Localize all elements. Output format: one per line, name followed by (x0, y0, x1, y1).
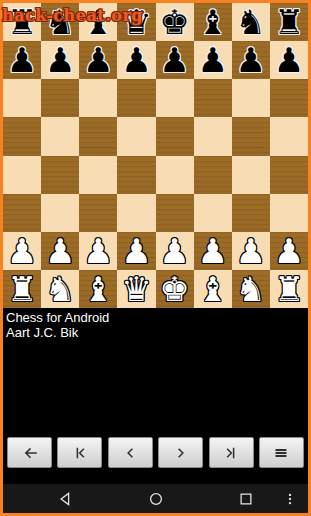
square-d7[interactable]: ♟ (117, 41, 155, 79)
app-title: Chess for Android (3, 310, 308, 325)
square-c4[interactable] (79, 156, 117, 194)
square-e5[interactable] (156, 117, 194, 155)
skip-to-start-icon (71, 444, 89, 462)
android-back-button[interactable] (57, 490, 75, 508)
square-e6[interactable] (156, 79, 194, 117)
square-c5[interactable] (79, 117, 117, 155)
square-g7[interactable]: ♟ (232, 41, 270, 79)
square-h3[interactable] (270, 194, 308, 232)
back-button[interactable] (7, 437, 52, 468)
next-move-button[interactable] (158, 437, 203, 468)
piece-black-pawn: ♟ (270, 41, 308, 79)
piece-black-pawn: ♟ (194, 41, 232, 79)
piece-white-pawn: ♟ (194, 232, 232, 270)
square-c1[interactable]: ♝ (79, 270, 117, 308)
piece-white-king: ♚ (156, 270, 194, 308)
square-f1[interactable]: ♝ (194, 270, 232, 308)
back-triangle-icon (57, 490, 75, 508)
square-c2[interactable]: ♟ (79, 232, 117, 270)
piece-white-pawn: ♟ (117, 232, 155, 270)
previous-move-button[interactable] (108, 437, 153, 468)
square-b4[interactable] (41, 156, 79, 194)
square-c6[interactable] (79, 79, 117, 117)
chevron-left-icon (121, 444, 139, 462)
piece-black-rook: ♜ (270, 3, 308, 41)
piece-black-pawn: ♟ (41, 41, 79, 79)
piece-white-bishop: ♝ (194, 270, 232, 308)
square-a8[interactable]: ♜ (3, 3, 41, 41)
recents-square-icon (237, 490, 255, 508)
menu-icon (272, 444, 290, 462)
square-c7[interactable]: ♟ (79, 41, 117, 79)
android-navbar (3, 484, 308, 513)
square-g5[interactable] (232, 117, 270, 155)
square-a5[interactable] (3, 117, 41, 155)
square-a3[interactable] (3, 194, 41, 232)
toolbar (3, 437, 308, 468)
square-f6[interactable] (194, 79, 232, 117)
square-a7[interactable]: ♟ (3, 41, 41, 79)
square-h5[interactable] (270, 117, 308, 155)
info-panel: Chess for Android Aart J.C. Bik (3, 308, 308, 484)
square-g2[interactable]: ♟ (232, 232, 270, 270)
piece-white-rook: ♜ (270, 270, 308, 308)
square-h1[interactable]: ♜ (270, 270, 308, 308)
square-d2[interactable]: ♟ (117, 232, 155, 270)
square-f2[interactable]: ♟ (194, 232, 232, 270)
square-b8[interactable]: ♞ (41, 3, 79, 41)
square-d8[interactable]: ♛ (117, 3, 155, 41)
square-a6[interactable] (3, 79, 41, 117)
piece-black-bishop: ♝ (79, 3, 117, 41)
first-move-button[interactable] (57, 437, 102, 468)
square-g4[interactable] (232, 156, 270, 194)
square-e8[interactable]: ♚ (156, 3, 194, 41)
menu-button[interactable] (259, 437, 304, 468)
last-move-button[interactable] (209, 437, 254, 468)
piece-white-knight: ♞ (41, 270, 79, 308)
app-frame: ♜♞♝♛♚♝♞♜♟♟♟♟♟♟♟♟♟♟♟♟♟♟♟♟♜♞♝♛♚♝♞♜ Chess f… (3, 3, 308, 513)
square-e7[interactable]: ♟ (156, 41, 194, 79)
square-f4[interactable] (194, 156, 232, 194)
square-b5[interactable] (41, 117, 79, 155)
square-h8[interactable]: ♜ (270, 3, 308, 41)
square-b2[interactable]: ♟ (41, 232, 79, 270)
piece-white-queen: ♛ (117, 270, 155, 308)
piece-white-pawn: ♟ (79, 232, 117, 270)
piece-black-pawn: ♟ (232, 41, 270, 79)
home-circle-icon (147, 490, 165, 508)
square-b7[interactable]: ♟ (41, 41, 79, 79)
piece-white-pawn: ♟ (232, 232, 270, 270)
piece-white-bishop: ♝ (79, 270, 117, 308)
overflow-dots-icon (283, 492, 297, 506)
square-g8[interactable]: ♞ (232, 3, 270, 41)
skip-to-end-icon (222, 444, 240, 462)
square-a1[interactable]: ♜ (3, 270, 41, 308)
square-f7[interactable]: ♟ (194, 41, 232, 79)
square-d5[interactable] (117, 117, 155, 155)
app-author: Aart J.C. Bik (3, 325, 308, 340)
piece-black-king: ♚ (156, 3, 194, 41)
square-f3[interactable] (194, 194, 232, 232)
square-d4[interactable] (117, 156, 155, 194)
back-arrow-icon (21, 444, 39, 462)
piece-white-rook: ♜ (3, 270, 41, 308)
square-h6[interactable] (270, 79, 308, 117)
square-b3[interactable] (41, 194, 79, 232)
square-g6[interactable] (232, 79, 270, 117)
android-recents-button[interactable] (237, 490, 255, 508)
overflow-menu-button[interactable] (283, 492, 297, 506)
square-h4[interactable] (270, 156, 308, 194)
square-d1[interactable]: ♛ (117, 270, 155, 308)
square-e1[interactable]: ♚ (156, 270, 194, 308)
piece-black-pawn: ♟ (117, 41, 155, 79)
android-home-button[interactable] (147, 490, 165, 508)
piece-black-queen: ♛ (117, 3, 155, 41)
piece-white-pawn: ♟ (41, 232, 79, 270)
square-c8[interactable]: ♝ (79, 3, 117, 41)
piece-white-pawn: ♟ (270, 232, 308, 270)
square-h2[interactable]: ♟ (270, 232, 308, 270)
piece-black-pawn: ♟ (3, 41, 41, 79)
square-b1[interactable]: ♞ (41, 270, 79, 308)
square-e3[interactable] (156, 194, 194, 232)
square-d3[interactable] (117, 194, 155, 232)
piece-black-knight: ♞ (41, 3, 79, 41)
piece-white-pawn: ♟ (156, 232, 194, 270)
square-h7[interactable]: ♟ (270, 41, 308, 79)
piece-black-pawn: ♟ (156, 41, 194, 79)
square-g1[interactable]: ♞ (232, 270, 270, 308)
square-e4[interactable] (156, 156, 194, 194)
square-a4[interactable] (3, 156, 41, 194)
square-a2[interactable]: ♟ (3, 232, 41, 270)
square-b6[interactable] (41, 79, 79, 117)
piece-white-pawn: ♟ (3, 232, 41, 270)
square-g3[interactable] (232, 194, 270, 232)
square-f5[interactable] (194, 117, 232, 155)
square-c3[interactable] (79, 194, 117, 232)
square-d6[interactable] (117, 79, 155, 117)
chevron-right-icon (172, 444, 190, 462)
piece-black-bishop: ♝ (194, 3, 232, 41)
square-e2[interactable]: ♟ (156, 232, 194, 270)
piece-black-knight: ♞ (232, 3, 270, 41)
piece-white-knight: ♞ (232, 270, 270, 308)
chess-board: ♜♞♝♛♚♝♞♜♟♟♟♟♟♟♟♟♟♟♟♟♟♟♟♟♜♞♝♛♚♝♞♜ (3, 3, 308, 308)
square-f8[interactable]: ♝ (194, 3, 232, 41)
piece-black-pawn: ♟ (79, 41, 117, 79)
piece-black-rook: ♜ (3, 3, 41, 41)
